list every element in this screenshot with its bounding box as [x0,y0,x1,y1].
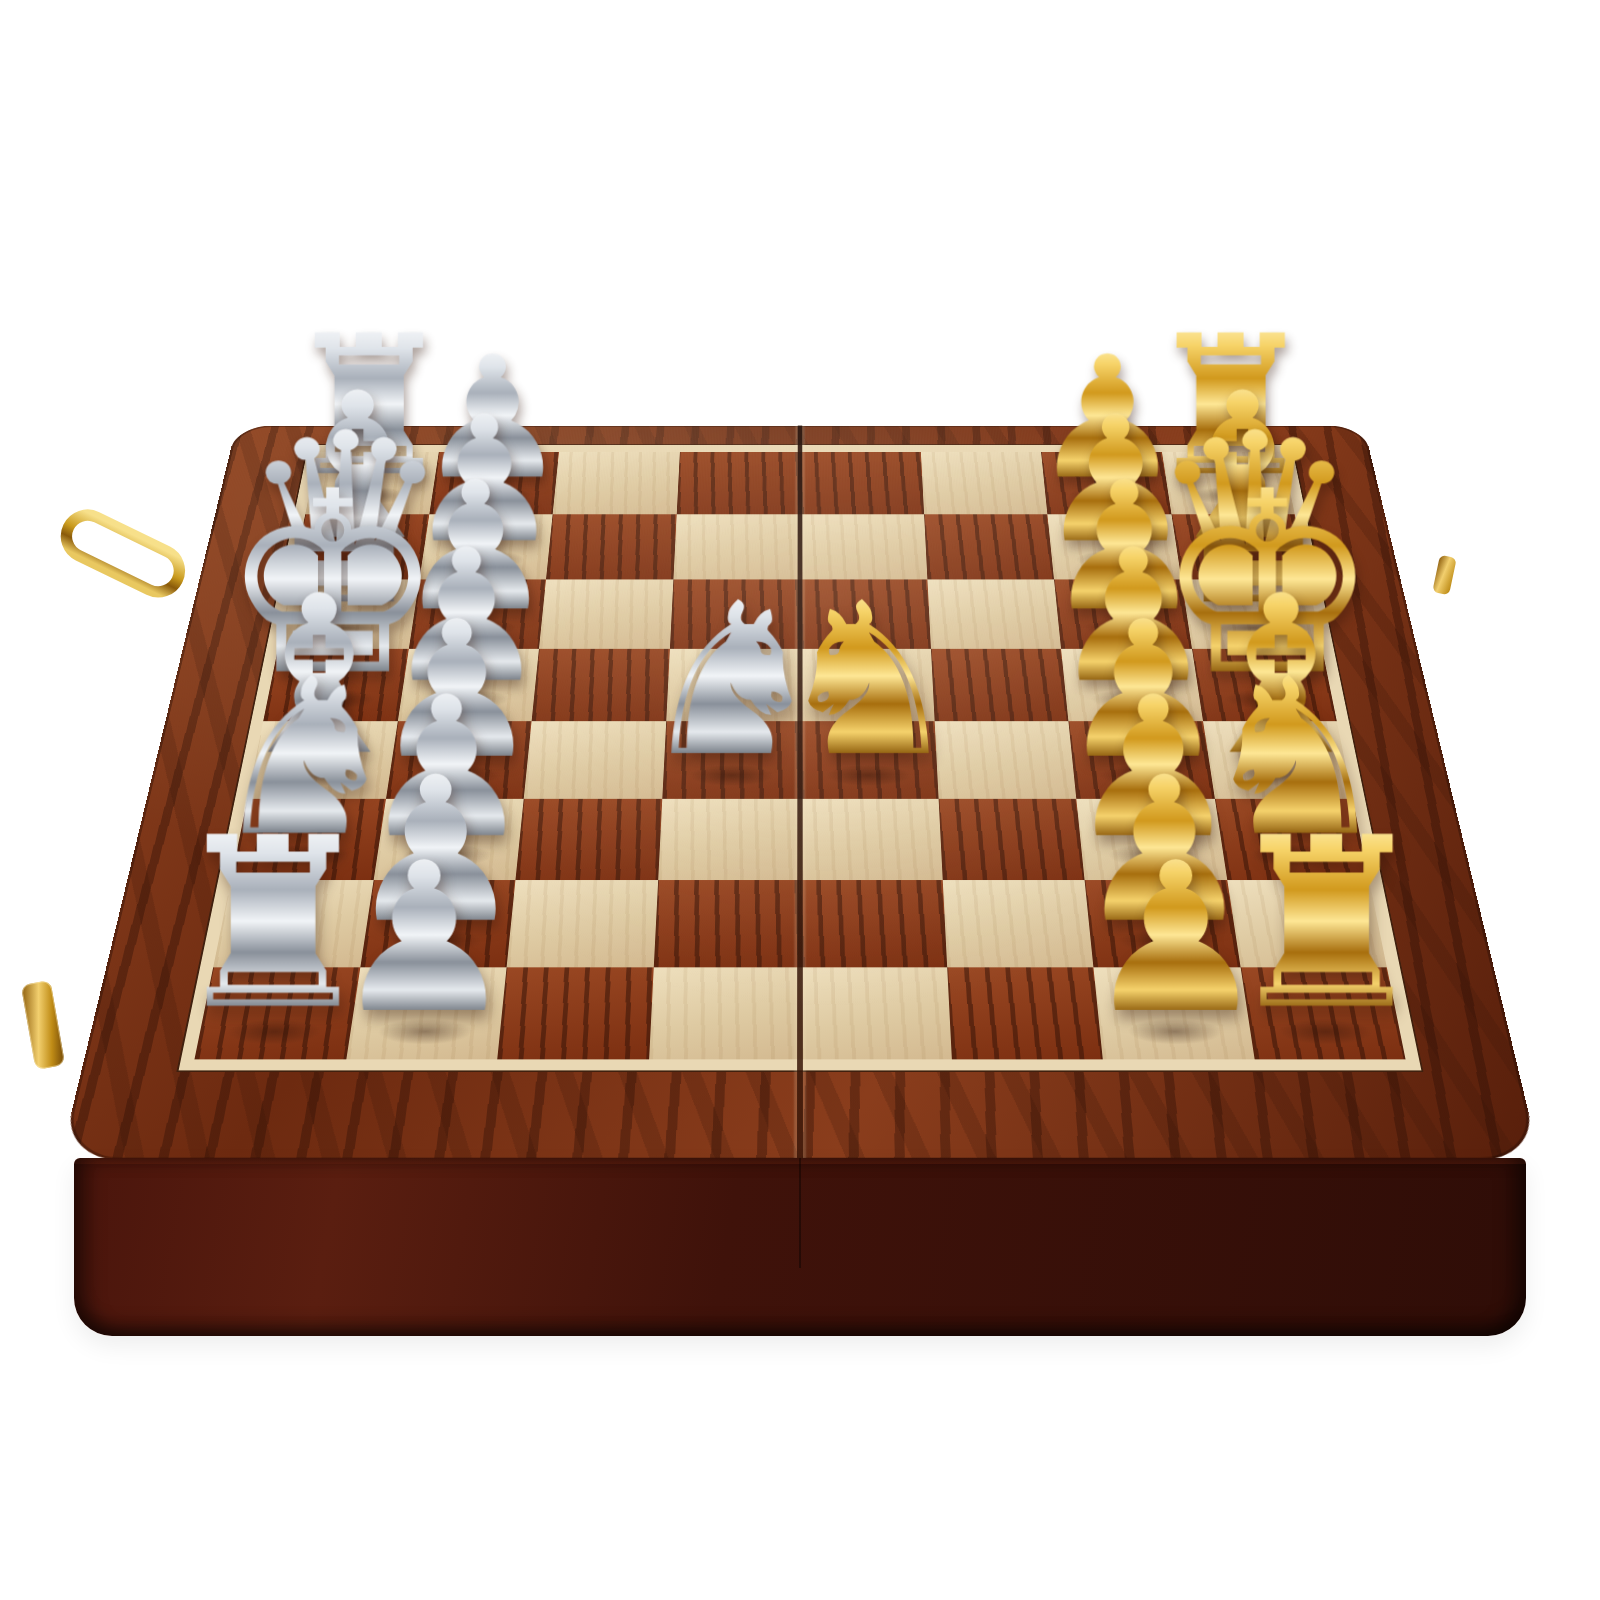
board-plane: ♜♟♟♜♝♟♟♝♛♟♟♛♚♟♟♚♝♟♞♞♟♝♞♟♟♞♟♟♜♟♟♜ [60,426,1540,1160]
square-b2[interactable] [360,880,516,967]
square-a5[interactable] [263,648,408,721]
square-c2[interactable] [507,880,658,967]
square-h6[interactable] [1181,579,1322,648]
square-a2[interactable] [213,880,373,967]
square-b3[interactable] [373,798,524,880]
square-h4[interactable] [1203,721,1353,798]
square-c6[interactable] [539,579,673,648]
square-e6[interactable] [800,579,931,648]
square-f7[interactable] [924,514,1054,579]
square-h8[interactable] [1162,452,1295,514]
square-e3[interactable] [800,798,942,880]
square-b1[interactable] [346,967,507,1059]
square-a8[interactable] [305,452,438,514]
square-d3[interactable] [658,798,800,880]
square-c7[interactable] [546,514,676,579]
brass-clasp-icon [21,980,65,1070]
square-g3[interactable] [1076,798,1227,880]
square-g6[interactable] [1054,579,1192,648]
square-b7[interactable] [419,514,553,579]
square-h1[interactable] [1240,967,1405,1059]
square-f3[interactable] [938,798,1084,880]
square-d4[interactable] [662,721,800,798]
square-e4[interactable] [800,721,938,798]
square-b8[interactable] [429,452,559,514]
square-e1[interactable] [800,967,951,1059]
square-f6[interactable] [927,579,1061,648]
square-c3[interactable] [515,798,661,880]
square-f4[interactable] [934,721,1076,798]
square-g4[interactable] [1068,721,1214,798]
square-h7[interactable] [1171,514,1308,579]
chessboard-grid [194,452,1405,1059]
square-g5[interactable] [1061,648,1203,721]
square-h5[interactable] [1192,648,1337,721]
square-e5[interactable] [800,648,934,721]
square-f5[interactable] [931,648,1069,721]
square-d5[interactable] [666,648,800,721]
square-e7[interactable] [800,514,927,579]
square-b5[interactable] [397,648,539,721]
square-e8[interactable] [800,452,924,514]
square-b4[interactable] [386,721,532,798]
square-g7[interactable] [1047,514,1181,579]
playing-area [179,445,1422,1070]
square-a4[interactable] [247,721,397,798]
square-a3[interactable] [231,798,386,880]
square-a1[interactable] [194,967,359,1059]
square-c5[interactable] [532,648,670,721]
square-c1[interactable] [497,967,653,1059]
square-d6[interactable] [669,579,800,648]
square-d8[interactable] [676,452,800,514]
square-a6[interactable] [278,579,419,648]
square-h2[interactable] [1227,880,1387,967]
square-g2[interactable] [1085,880,1241,967]
board-wrapper: ♜♟♟♜♝♟♟♝♛♟♟♛♚♟♟♚♝♟♞♞♟♝♞♟♟♞♟♟♜♟♟♜ [60,10,1540,1160]
square-c8[interactable] [553,452,680,514]
square-d7[interactable] [673,514,800,579]
square-d2[interactable] [653,880,800,967]
square-g1[interactable] [1093,967,1254,1059]
square-g8[interactable] [1041,452,1171,514]
square-c4[interactable] [524,721,666,798]
square-h3[interactable] [1214,798,1369,880]
square-e2[interactable] [800,880,947,967]
box-side-front [74,1158,1526,1336]
square-a7[interactable] [292,514,429,579]
square-f8[interactable] [921,452,1048,514]
square-f1[interactable] [947,967,1103,1059]
square-d1[interactable] [649,967,800,1059]
product-photo-scene: ♜♟♟♜♝♟♟♝♛♟♟♛♚♟♟♚♝♟♞♞♟♝♞♟♟♞♟♟♜♟♟♜ [0,0,1600,1600]
square-b6[interactable] [408,579,546,648]
square-f2[interactable] [942,880,1093,967]
